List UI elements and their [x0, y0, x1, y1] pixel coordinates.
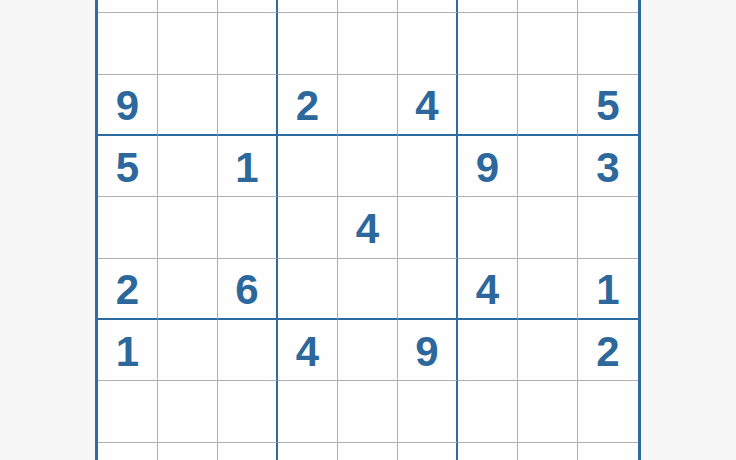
- cell-r2c9[interactable]: [578, 13, 638, 74]
- given-digit: 4: [356, 204, 379, 250]
- given-digit: 2: [235, 0, 258, 5]
- cell-r6c8[interactable]: [518, 259, 578, 320]
- cell-r1c2[interactable]: [158, 0, 218, 13]
- cell-r4c2[interactable]: [158, 136, 218, 197]
- given-digit: 4: [415, 81, 438, 127]
- cell-r9c5[interactable]: [338, 443, 398, 460]
- given-digit: 3: [116, 450, 139, 460]
- cell-r6c2[interactable]: [158, 259, 218, 320]
- cell-r3c4[interactable]: 2: [278, 75, 338, 136]
- cell-r5c9[interactable]: [578, 197, 638, 258]
- cell-r4c4[interactable]: [278, 136, 338, 197]
- cell-r4c9[interactable]: 3: [578, 136, 638, 197]
- cell-r8c6[interactable]: [398, 381, 458, 442]
- cell-r6c3[interactable]: 6: [218, 259, 278, 320]
- cell-r7c9[interactable]: 2: [578, 320, 638, 381]
- given-digit: 9: [476, 143, 499, 189]
- given-digit: 1: [596, 265, 619, 311]
- cell-r2c3[interactable]: [218, 13, 278, 74]
- given-digit: 3: [596, 143, 619, 189]
- cell-r1c9[interactable]: 8: [578, 0, 638, 13]
- cell-r2c2[interactable]: [158, 13, 218, 74]
- given-digit: 1: [235, 143, 258, 189]
- cell-r2c6[interactable]: [398, 13, 458, 74]
- cell-r3c5[interactable]: [338, 75, 398, 136]
- cell-r5c3[interactable]: [218, 197, 278, 258]
- given-digit: 5: [596, 81, 619, 127]
- cell-r4c8[interactable]: [518, 136, 578, 197]
- given-digit: 9: [415, 327, 438, 373]
- given-digit: 2: [296, 81, 319, 127]
- cell-r7c5[interactable]: [338, 320, 398, 381]
- given-digit: 1: [116, 327, 139, 373]
- cell-r3c9[interactable]: 5: [578, 75, 638, 136]
- cell-r2c8[interactable]: [518, 13, 578, 74]
- cell-r7c2[interactable]: [158, 320, 218, 381]
- cell-r8c2[interactable]: [158, 381, 218, 442]
- cell-r5c7[interactable]: [458, 197, 518, 258]
- cell-r8c8[interactable]: [518, 381, 578, 442]
- cell-r9c1[interactable]: 3: [98, 443, 158, 460]
- cell-r5c5[interactable]: 4: [338, 197, 398, 258]
- given-digit: 2: [116, 265, 139, 311]
- cell-r8c1[interactable]: [98, 381, 158, 442]
- cell-r2c7[interactable]: [458, 13, 518, 74]
- cell-r7c7[interactable]: [458, 320, 518, 381]
- cell-r7c1[interactable]: 1: [98, 320, 158, 381]
- cell-r8c5[interactable]: [338, 381, 398, 442]
- cell-r8c7[interactable]: [458, 381, 518, 442]
- cell-r9c6[interactable]: 5: [398, 443, 458, 460]
- cell-r1c6[interactable]: 6: [398, 0, 458, 13]
- cell-r5c4[interactable]: [278, 197, 338, 258]
- cell-r6c4[interactable]: [278, 259, 338, 320]
- cell-r4c7[interactable]: 9: [458, 136, 518, 197]
- cell-r6c5[interactable]: [338, 259, 398, 320]
- cell-r9c2[interactable]: [158, 443, 218, 460]
- given-digit: 7: [235, 450, 258, 460]
- given-digit: 9: [116, 81, 139, 127]
- cell-r1c5[interactable]: [338, 0, 398, 13]
- given-digit: 1: [476, 0, 499, 5]
- cell-r6c6[interactable]: [398, 259, 458, 320]
- cell-r9c9[interactable]: 9: [578, 443, 638, 460]
- cell-r3c2[interactable]: [158, 75, 218, 136]
- cell-r7c4[interactable]: 4: [278, 320, 338, 381]
- cell-r2c5[interactable]: [338, 13, 398, 74]
- given-digit: 5: [415, 450, 438, 460]
- cell-r5c6[interactable]: [398, 197, 458, 258]
- cell-r7c3[interactable]: [218, 320, 278, 381]
- cell-r7c6[interactable]: 9: [398, 320, 458, 381]
- cell-r3c8[interactable]: [518, 75, 578, 136]
- cell-r6c7[interactable]: 4: [458, 259, 518, 320]
- cell-r5c2[interactable]: [158, 197, 218, 258]
- given-digit: 6: [415, 0, 438, 5]
- given-digit: 9: [596, 450, 619, 460]
- given-digit: 5: [116, 143, 139, 189]
- cell-r3c7[interactable]: [458, 75, 518, 136]
- cell-r6c1[interactable]: 2: [98, 259, 158, 320]
- given-digit: 7: [296, 0, 319, 5]
- given-digit: 4: [296, 327, 319, 373]
- cell-r3c3[interactable]: [218, 75, 278, 136]
- cell-r3c1[interactable]: 9: [98, 75, 158, 136]
- cell-r3c6[interactable]: 4: [398, 75, 458, 136]
- cell-r2c1[interactable]: [98, 13, 158, 74]
- cell-r5c8[interactable]: [518, 197, 578, 258]
- given-digit: 4: [116, 0, 139, 5]
- cell-r1c7[interactable]: 1: [458, 0, 518, 13]
- given-digit: 4: [476, 265, 499, 311]
- cell-r1c4[interactable]: 7: [278, 0, 338, 13]
- cell-r1c1[interactable]: 4: [98, 0, 158, 13]
- cell-r4c3[interactable]: 1: [218, 136, 278, 197]
- sudoku-board: 42761892455193426411492378569: [95, 0, 641, 460]
- cell-r1c8[interactable]: [518, 0, 578, 13]
- cell-r7c8[interactable]: [518, 320, 578, 381]
- cell-r4c6[interactable]: [398, 136, 458, 197]
- page: 42761892455193426411492378569: [0, 0, 736, 460]
- cell-r9c4[interactable]: 8: [278, 443, 338, 460]
- cell-r9c3[interactable]: 7: [218, 443, 278, 460]
- cell-r2c4[interactable]: [278, 13, 338, 74]
- cell-r4c1[interactable]: 5: [98, 136, 158, 197]
- given-digit: 2: [596, 327, 619, 373]
- cell-r6c9[interactable]: 1: [578, 259, 638, 320]
- given-digit: 8: [596, 0, 619, 5]
- cell-r8c4[interactable]: [278, 381, 338, 442]
- given-digit: 8: [296, 450, 319, 460]
- cell-r1c3[interactable]: 2: [218, 0, 278, 13]
- cell-r8c3[interactable]: [218, 381, 278, 442]
- cell-r9c7[interactable]: 6: [458, 443, 518, 460]
- given-digit: 6: [235, 265, 258, 311]
- cell-r9c8[interactable]: [518, 443, 578, 460]
- given-digit: 6: [476, 450, 499, 460]
- cell-r4c5[interactable]: [338, 136, 398, 197]
- cell-r8c9[interactable]: [578, 381, 638, 442]
- cell-r5c1[interactable]: [98, 197, 158, 258]
